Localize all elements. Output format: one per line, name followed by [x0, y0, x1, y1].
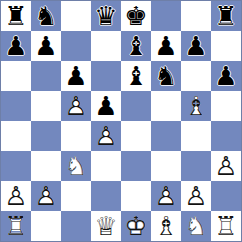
black-king-glyph: ♚ [121, 1, 151, 31]
white-pawn-outline: ♙ [91, 121, 121, 151]
white-pawn[interactable]: ♟♙ [91, 121, 121, 151]
square-c1[interactable] [61, 211, 91, 241]
square-f8[interactable] [151, 1, 181, 31]
black-knight[interactable]: ♞ [151, 61, 181, 91]
white-pawn-outline: ♙ [31, 181, 61, 211]
square-b4[interactable] [31, 121, 61, 151]
square-d3[interactable] [91, 151, 121, 181]
white-knight-outline: ♘ [181, 211, 211, 241]
chess-board: ♜♞♛♚♜♟♟♝♟♟♟♝♞♟♟♙♟♝♗♟♙♞♘♟♙♟♙♟♙♟♙♟♙♜♖♛♕♚♔♝… [0, 0, 242, 242]
black-rook[interactable]: ♜ [211, 1, 241, 31]
square-b5[interactable] [31, 91, 61, 121]
square-h4[interactable] [211, 121, 241, 151]
square-d8[interactable]: ♛ [91, 1, 121, 31]
square-d4[interactable]: ♟♙ [91, 121, 121, 151]
white-knight[interactable]: ♞♘ [61, 151, 91, 181]
square-h2[interactable] [211, 181, 241, 211]
square-d2[interactable] [91, 181, 121, 211]
square-h7[interactable] [211, 31, 241, 61]
black-pawn[interactable]: ♟ [31, 31, 61, 61]
square-g4[interactable] [181, 121, 211, 151]
black-queen[interactable]: ♛ [91, 1, 121, 31]
square-d6[interactable] [91, 61, 121, 91]
white-rook[interactable]: ♜♖ [211, 211, 241, 241]
square-h5[interactable] [211, 91, 241, 121]
square-e3[interactable] [121, 151, 151, 181]
square-b8[interactable]: ♞ [31, 1, 61, 31]
square-e2[interactable] [121, 181, 151, 211]
black-pawn-glyph: ♟ [91, 91, 121, 121]
white-pawn-outline: ♙ [181, 181, 211, 211]
square-e5[interactable] [121, 91, 151, 121]
square-h3[interactable]: ♟♙ [211, 151, 241, 181]
square-g2[interactable]: ♟♙ [181, 181, 211, 211]
white-bishop[interactable]: ♝♗ [181, 91, 211, 121]
square-c5[interactable]: ♟♙ [61, 91, 91, 121]
square-a8[interactable]: ♜ [1, 1, 31, 31]
black-knight[interactable]: ♞ [31, 1, 61, 31]
black-knight-glyph: ♞ [31, 1, 61, 31]
square-f1[interactable]: ♝♗ [151, 211, 181, 241]
white-king[interactable]: ♚♔ [121, 211, 151, 241]
black-pawn[interactable]: ♟ [1, 31, 31, 61]
black-pawn[interactable]: ♟ [91, 91, 121, 121]
white-knight[interactable]: ♞♘ [181, 211, 211, 241]
black-knight-glyph: ♞ [151, 61, 181, 91]
square-e6[interactable]: ♝ [121, 61, 151, 91]
square-f4[interactable] [151, 121, 181, 151]
square-d1[interactable]: ♛♕ [91, 211, 121, 241]
square-a3[interactable] [1, 151, 31, 181]
white-rook-outline: ♖ [211, 211, 241, 241]
black-bishop[interactable]: ♝ [121, 61, 151, 91]
black-pawn[interactable]: ♟ [211, 61, 241, 91]
white-king-outline: ♔ [121, 211, 151, 241]
black-pawn-glyph: ♟ [31, 31, 61, 61]
white-bishop-outline: ♗ [181, 91, 211, 121]
black-pawn-glyph: ♟ [1, 31, 31, 61]
square-a7[interactable]: ♟ [1, 31, 31, 61]
square-c7[interactable] [61, 31, 91, 61]
square-g8[interactable] [181, 1, 211, 31]
white-pawn[interactable]: ♟♙ [31, 181, 61, 211]
square-g3[interactable] [181, 151, 211, 181]
black-pawn[interactable]: ♟ [61, 61, 91, 91]
square-h6[interactable]: ♟ [211, 61, 241, 91]
black-rook-glyph: ♜ [1, 1, 31, 31]
black-bishop-glyph: ♝ [121, 31, 151, 61]
black-bishop-glyph: ♝ [121, 61, 151, 91]
square-e8[interactable]: ♚ [121, 1, 151, 31]
square-b2[interactable]: ♟♙ [31, 181, 61, 211]
square-e7[interactable]: ♝ [121, 31, 151, 61]
white-pawn-outline: ♙ [151, 181, 181, 211]
black-pawn[interactable]: ♟ [181, 31, 211, 61]
black-pawn-glyph: ♟ [211, 61, 241, 91]
square-e1[interactable]: ♚♔ [121, 211, 151, 241]
square-g6[interactable] [181, 61, 211, 91]
white-bishop-outline: ♗ [151, 211, 181, 241]
square-d7[interactable] [91, 31, 121, 61]
square-d5[interactable]: ♟ [91, 91, 121, 121]
square-h1[interactable]: ♜♖ [211, 211, 241, 241]
square-f3[interactable] [151, 151, 181, 181]
square-b1[interactable] [31, 211, 61, 241]
square-h8[interactable]: ♜ [211, 1, 241, 31]
square-c8[interactable] [61, 1, 91, 31]
square-f6[interactable]: ♞ [151, 61, 181, 91]
black-rook-glyph: ♜ [211, 1, 241, 31]
square-b3[interactable] [31, 151, 61, 181]
black-rook[interactable]: ♜ [1, 1, 31, 31]
square-b7[interactable]: ♟ [31, 31, 61, 61]
white-pawn[interactable]: ♟♙ [61, 91, 91, 121]
square-f7[interactable]: ♟ [151, 31, 181, 61]
square-a6[interactable] [1, 61, 31, 91]
white-queen[interactable]: ♛♕ [91, 211, 121, 241]
square-a1[interactable]: ♜♖ [1, 211, 31, 241]
square-g1[interactable]: ♞♘ [181, 211, 211, 241]
black-pawn-glyph: ♟ [151, 31, 181, 61]
black-pawn-glyph: ♟ [61, 61, 91, 91]
white-queen-outline: ♕ [91, 211, 121, 241]
white-bishop[interactable]: ♝♗ [151, 211, 181, 241]
square-c2[interactable] [61, 181, 91, 211]
square-e4[interactable] [121, 121, 151, 151]
square-a5[interactable] [1, 91, 31, 121]
white-rook-outline: ♖ [1, 211, 31, 241]
white-pawn[interactable]: ♟♙ [151, 181, 181, 211]
white-knight-outline: ♘ [61, 151, 91, 181]
square-a4[interactable] [1, 121, 31, 151]
black-pawn[interactable]: ♟ [151, 31, 181, 61]
white-pawn[interactable]: ♟♙ [181, 181, 211, 211]
white-pawn[interactable]: ♟♙ [211, 151, 241, 181]
square-f2[interactable]: ♟♙ [151, 181, 181, 211]
black-pawn-glyph: ♟ [181, 31, 211, 61]
square-c4[interactable] [61, 121, 91, 151]
square-a2[interactable]: ♟♙ [1, 181, 31, 211]
square-f5[interactable] [151, 91, 181, 121]
black-king[interactable]: ♚ [121, 1, 151, 31]
white-pawn-outline: ♙ [1, 181, 31, 211]
square-c6[interactable]: ♟ [61, 61, 91, 91]
black-bishop[interactable]: ♝ [121, 31, 151, 61]
white-rook[interactable]: ♜♖ [1, 211, 31, 241]
white-pawn[interactable]: ♟♙ [1, 181, 31, 211]
white-pawn-outline: ♙ [211, 151, 241, 181]
black-queen-glyph: ♛ [91, 1, 121, 31]
white-pawn-outline: ♙ [61, 91, 91, 121]
square-b6[interactable] [31, 61, 61, 91]
square-g7[interactable]: ♟ [181, 31, 211, 61]
square-g5[interactable]: ♝♗ [181, 91, 211, 121]
square-c3[interactable]: ♞♘ [61, 151, 91, 181]
